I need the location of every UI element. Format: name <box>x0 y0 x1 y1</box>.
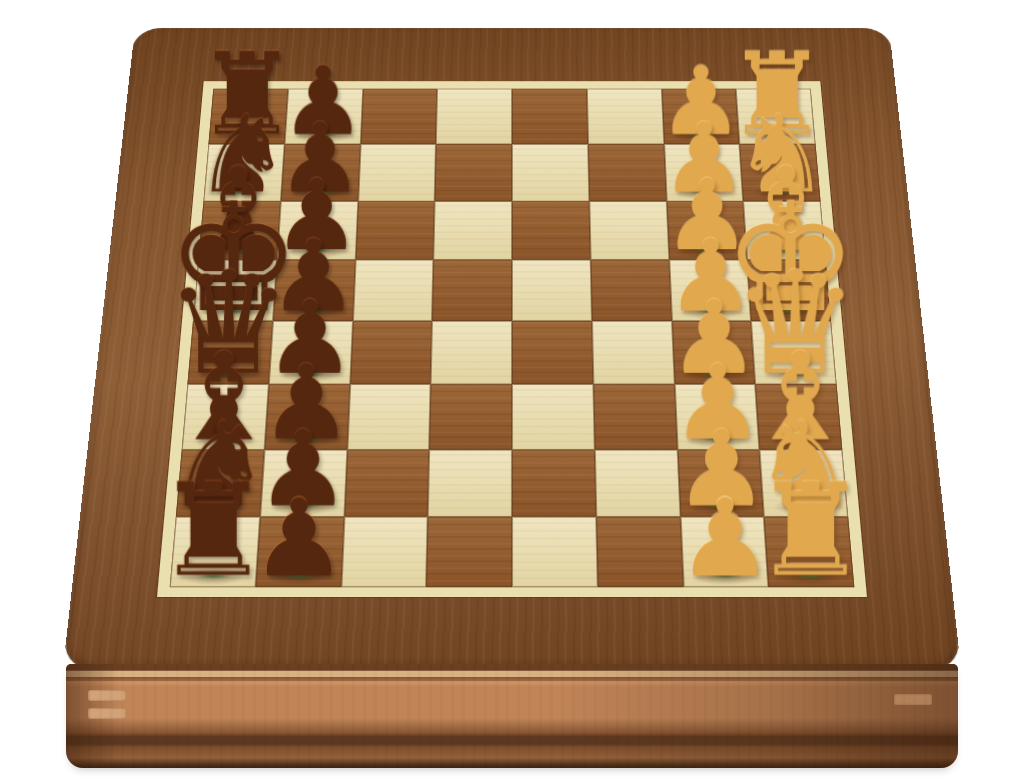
square-a3[interactable] <box>596 517 683 587</box>
product-photo-scene: ♜♟♟♜♞♟♟♞♝♟♟♝♚♟♟♚♛♟♟♛♝♟♟♝♞♟♟♞♜♟♟♜ <box>0 0 1024 778</box>
square-d6[interactable] <box>350 321 433 384</box>
square-g3[interactable] <box>588 144 666 201</box>
square-b6[interactable] <box>344 449 430 517</box>
square-a7[interactable]: ♟ <box>255 517 344 587</box>
square-h6[interactable] <box>360 89 437 144</box>
finger-joint <box>88 690 126 701</box>
square-d5[interactable] <box>431 321 512 384</box>
square-e5[interactable] <box>432 260 512 321</box>
square-b5[interactable] <box>428 449 512 517</box>
square-c4[interactable] <box>512 384 595 449</box>
square-b3[interactable] <box>595 449 681 517</box>
chess-box-top: ♜♟♟♜♞♟♟♞♝♟♟♝♚♟♟♚♛♟♟♛♝♟♟♝♞♟♟♞♜♟♟♜ <box>63 28 962 671</box>
square-c3[interactable] <box>593 384 677 449</box>
square-h3[interactable] <box>587 89 664 144</box>
square-a1[interactable]: ♜ <box>764 517 854 587</box>
dark-pawn[interactable]: ♟ <box>251 485 347 592</box>
square-a8[interactable]: ♜ <box>170 517 260 587</box>
square-g5[interactable] <box>435 144 512 201</box>
square-h4[interactable] <box>512 89 588 144</box>
square-e4[interactable] <box>512 260 592 321</box>
square-d4[interactable] <box>512 321 593 384</box>
square-f3[interactable] <box>589 201 669 260</box>
finger-joint <box>88 708 126 719</box>
board-inner-border: ♜♟♟♜♞♟♟♞♝♟♟♝♚♟♟♚♛♟♟♛♝♟♟♝♞♟♟♞♜♟♟♜ <box>157 81 867 597</box>
finger-joint <box>894 694 932 705</box>
square-c5[interactable] <box>429 384 512 449</box>
square-f5[interactable] <box>434 201 512 260</box>
square-g6[interactable] <box>358 144 436 201</box>
square-f6[interactable] <box>355 201 435 260</box>
square-f4[interactable] <box>512 201 590 260</box>
square-a5[interactable] <box>426 517 512 587</box>
square-e3[interactable] <box>590 260 671 321</box>
square-b4[interactable] <box>512 449 596 517</box>
light-rook[interactable]: ♜ <box>753 466 868 594</box>
chess-box-front <box>66 664 958 768</box>
square-g4[interactable] <box>512 144 589 201</box>
square-e6[interactable] <box>353 260 434 321</box>
square-a6[interactable] <box>341 517 428 587</box>
square-c6[interactable] <box>347 384 431 449</box>
chessboard: ♜♟♟♜♞♟♟♞♝♟♟♝♚♟♟♚♛♟♟♛♝♟♟♝♞♟♟♞♜♟♟♜ <box>170 89 855 587</box>
square-h5[interactable] <box>436 89 512 144</box>
square-a4[interactable] <box>512 517 598 587</box>
square-d3[interactable] <box>592 321 675 384</box>
